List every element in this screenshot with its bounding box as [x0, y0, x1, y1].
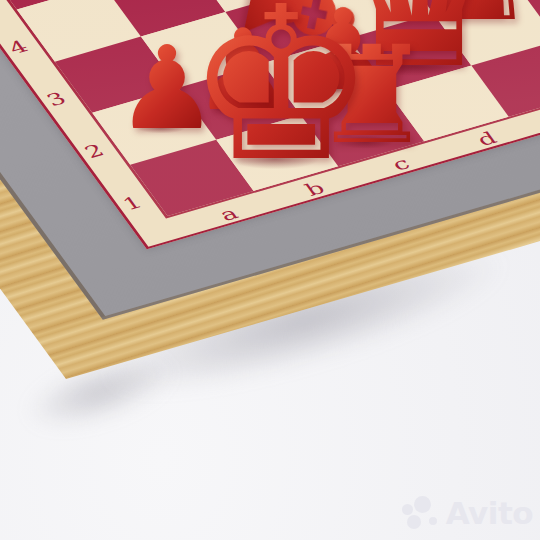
- product-photo-chess-box: 12345678abcdefgh ♚♜♟♟♟♛♝♞ Avito: [0, 0, 540, 540]
- watermark-text: Avito: [446, 495, 533, 531]
- avito-logo-icon: [401, 496, 439, 530]
- chess-box: 12345678abcdefgh: [0, 0, 540, 379]
- avito-watermark: Avito: [401, 495, 533, 531]
